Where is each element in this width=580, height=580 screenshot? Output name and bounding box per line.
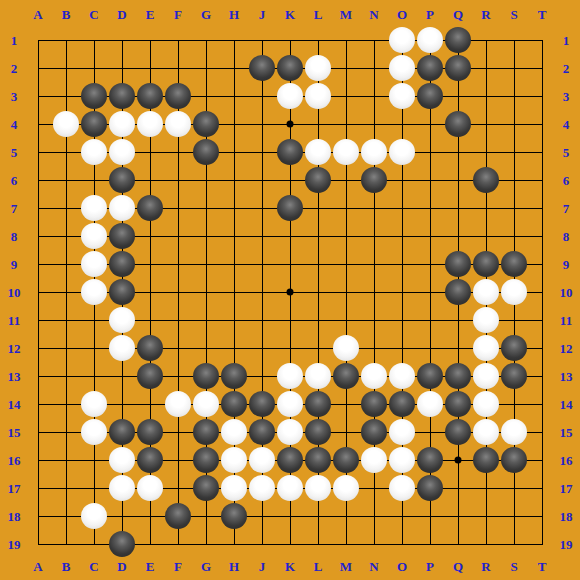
stone-black bbox=[109, 531, 135, 557]
stone-black bbox=[137, 363, 163, 389]
stone-black bbox=[109, 167, 135, 193]
coord-label-top: C bbox=[89, 8, 98, 21]
coord-label-top: S bbox=[510, 8, 517, 21]
coord-label-right: 6 bbox=[563, 174, 570, 187]
go-board[interactable]: AABBCCDDEEFFGGHHJJKKLLMMNNOOPPQQRRSSTT11… bbox=[0, 0, 580, 580]
coord-label-left: 10 bbox=[8, 286, 21, 299]
stone-black bbox=[277, 195, 303, 221]
coord-label-right: 18 bbox=[560, 510, 573, 523]
coord-label-right: 17 bbox=[560, 482, 573, 495]
coord-label-bottom: F bbox=[174, 560, 182, 573]
coord-label-top: R bbox=[481, 8, 490, 21]
stone-white bbox=[305, 363, 331, 389]
coord-label-bottom: K bbox=[285, 560, 295, 573]
stone-black bbox=[305, 447, 331, 473]
stone-white bbox=[109, 195, 135, 221]
coord-label-right: 11 bbox=[560, 314, 572, 327]
stone-white bbox=[277, 363, 303, 389]
stone-black bbox=[445, 55, 471, 81]
stone-white bbox=[277, 83, 303, 109]
stone-white bbox=[165, 391, 191, 417]
stone-black bbox=[389, 391, 415, 417]
coord-label-bottom: Q bbox=[453, 560, 463, 573]
coord-label-bottom: M bbox=[340, 560, 352, 573]
stone-black bbox=[109, 419, 135, 445]
stone-white bbox=[277, 475, 303, 501]
coord-label-right: 7 bbox=[563, 202, 570, 215]
stone-white bbox=[81, 419, 107, 445]
stone-black bbox=[473, 167, 499, 193]
stone-black bbox=[361, 391, 387, 417]
star-point bbox=[287, 289, 294, 296]
stone-white bbox=[81, 251, 107, 277]
coord-label-top: J bbox=[259, 8, 266, 21]
star-point bbox=[287, 121, 294, 128]
stone-black bbox=[221, 363, 247, 389]
stone-white bbox=[501, 279, 527, 305]
coord-label-right: 16 bbox=[560, 454, 573, 467]
stone-white bbox=[389, 83, 415, 109]
coord-label-top: M bbox=[340, 8, 352, 21]
stone-white bbox=[109, 475, 135, 501]
stone-black bbox=[501, 447, 527, 473]
stone-white bbox=[109, 447, 135, 473]
coord-label-left: 7 bbox=[11, 202, 18, 215]
stone-white bbox=[501, 419, 527, 445]
coord-label-bottom: R bbox=[481, 560, 490, 573]
stone-white bbox=[417, 391, 443, 417]
stone-white bbox=[333, 475, 359, 501]
stone-white bbox=[109, 139, 135, 165]
stone-black bbox=[277, 139, 303, 165]
stone-white bbox=[81, 139, 107, 165]
stone-white bbox=[389, 475, 415, 501]
stone-white bbox=[221, 447, 247, 473]
coord-label-left: 13 bbox=[8, 370, 21, 383]
grid-line-vertical bbox=[542, 40, 543, 545]
coord-label-left: 19 bbox=[8, 538, 21, 551]
stone-white bbox=[53, 111, 79, 137]
coord-label-left: 6 bbox=[11, 174, 18, 187]
stone-black bbox=[445, 391, 471, 417]
stone-black bbox=[165, 503, 191, 529]
coord-label-top: K bbox=[285, 8, 295, 21]
stone-black bbox=[137, 447, 163, 473]
stone-black bbox=[249, 419, 275, 445]
stone-black bbox=[193, 419, 219, 445]
coord-label-right: 8 bbox=[563, 230, 570, 243]
coord-label-left: 9 bbox=[11, 258, 18, 271]
stone-black bbox=[501, 363, 527, 389]
stone-white bbox=[389, 27, 415, 53]
coord-label-top: B bbox=[62, 8, 71, 21]
coord-label-left: 3 bbox=[11, 90, 18, 103]
coord-label-bottom: O bbox=[397, 560, 407, 573]
stone-black bbox=[445, 279, 471, 305]
coord-label-left: 2 bbox=[11, 62, 18, 75]
stone-black bbox=[445, 419, 471, 445]
stone-white bbox=[305, 475, 331, 501]
coord-label-right: 5 bbox=[563, 146, 570, 159]
stone-white bbox=[81, 503, 107, 529]
stone-white bbox=[417, 27, 443, 53]
coord-label-bottom: P bbox=[426, 560, 434, 573]
coord-label-top: L bbox=[314, 8, 323, 21]
coord-label-top: A bbox=[33, 8, 42, 21]
grid-line-vertical bbox=[38, 40, 39, 545]
stone-white bbox=[473, 363, 499, 389]
coord-label-top: D bbox=[117, 8, 126, 21]
coord-label-top: O bbox=[397, 8, 407, 21]
stone-white bbox=[81, 279, 107, 305]
coord-label-right: 2 bbox=[563, 62, 570, 75]
stone-white bbox=[165, 111, 191, 137]
coord-label-right: 4 bbox=[563, 118, 570, 131]
stone-black bbox=[305, 419, 331, 445]
coord-label-bottom: G bbox=[201, 560, 211, 573]
stone-black bbox=[445, 111, 471, 137]
coord-label-bottom: A bbox=[33, 560, 42, 573]
stone-white bbox=[389, 419, 415, 445]
stone-black bbox=[221, 391, 247, 417]
star-point bbox=[455, 457, 462, 464]
coord-label-left: 18 bbox=[8, 510, 21, 523]
coord-label-bottom: D bbox=[117, 560, 126, 573]
stone-black bbox=[193, 363, 219, 389]
stone-black bbox=[277, 55, 303, 81]
stone-black bbox=[333, 363, 359, 389]
coord-label-bottom: T bbox=[538, 560, 547, 573]
coord-label-bottom: B bbox=[62, 560, 71, 573]
stone-black bbox=[137, 335, 163, 361]
stone-white bbox=[333, 139, 359, 165]
stone-white bbox=[277, 419, 303, 445]
stone-black bbox=[221, 503, 247, 529]
stone-white bbox=[473, 391, 499, 417]
stone-white bbox=[109, 307, 135, 333]
stone-black bbox=[137, 195, 163, 221]
stone-black bbox=[193, 111, 219, 137]
stone-white bbox=[473, 307, 499, 333]
coord-label-top: Q bbox=[453, 8, 463, 21]
stone-white bbox=[473, 335, 499, 361]
coord-label-top: N bbox=[369, 8, 378, 21]
stone-black bbox=[361, 167, 387, 193]
stone-white bbox=[221, 419, 247, 445]
stone-black bbox=[305, 391, 331, 417]
coord-label-bottom: H bbox=[229, 560, 239, 573]
stone-black bbox=[277, 447, 303, 473]
stone-white bbox=[81, 223, 107, 249]
stone-white bbox=[193, 391, 219, 417]
coord-label-top: F bbox=[174, 8, 182, 21]
stone-black bbox=[193, 139, 219, 165]
stone-black bbox=[249, 55, 275, 81]
stone-white bbox=[333, 335, 359, 361]
stone-black bbox=[473, 447, 499, 473]
stone-black bbox=[109, 279, 135, 305]
stone-black bbox=[445, 27, 471, 53]
stone-black bbox=[501, 335, 527, 361]
coord-label-bottom: C bbox=[89, 560, 98, 573]
stone-black bbox=[417, 363, 443, 389]
coord-label-left: 11 bbox=[8, 314, 20, 327]
stone-white bbox=[389, 447, 415, 473]
stone-black bbox=[501, 251, 527, 277]
stone-black bbox=[473, 251, 499, 277]
stone-black bbox=[305, 167, 331, 193]
stone-black bbox=[445, 251, 471, 277]
stone-white bbox=[249, 475, 275, 501]
coord-label-right: 14 bbox=[560, 398, 573, 411]
stone-black bbox=[109, 223, 135, 249]
stone-black bbox=[81, 111, 107, 137]
coord-label-right: 12 bbox=[560, 342, 573, 355]
coord-label-left: 16 bbox=[8, 454, 21, 467]
stone-white bbox=[81, 391, 107, 417]
stone-black bbox=[193, 475, 219, 501]
stone-white bbox=[277, 391, 303, 417]
stone-white bbox=[109, 335, 135, 361]
coord-label-right: 9 bbox=[563, 258, 570, 271]
stone-white bbox=[389, 55, 415, 81]
coord-label-left: 8 bbox=[11, 230, 18, 243]
stone-white bbox=[81, 195, 107, 221]
stone-black bbox=[81, 83, 107, 109]
stone-black bbox=[137, 83, 163, 109]
stone-black bbox=[417, 55, 443, 81]
stone-black bbox=[417, 83, 443, 109]
stone-black bbox=[417, 475, 443, 501]
coord-label-right: 10 bbox=[560, 286, 573, 299]
stone-white bbox=[305, 139, 331, 165]
stone-white bbox=[221, 475, 247, 501]
stone-white bbox=[473, 279, 499, 305]
stone-white bbox=[109, 111, 135, 137]
stone-black bbox=[109, 251, 135, 277]
stone-black bbox=[165, 83, 191, 109]
stone-black bbox=[417, 447, 443, 473]
coord-label-left: 12 bbox=[8, 342, 21, 355]
stone-white bbox=[361, 363, 387, 389]
stone-black bbox=[109, 83, 135, 109]
stone-white bbox=[361, 447, 387, 473]
stone-white bbox=[361, 139, 387, 165]
coord-label-left: 14 bbox=[8, 398, 21, 411]
stone-white bbox=[473, 419, 499, 445]
coord-label-top: E bbox=[146, 8, 155, 21]
stone-white bbox=[305, 83, 331, 109]
stone-white bbox=[137, 475, 163, 501]
coord-label-top: H bbox=[229, 8, 239, 21]
coord-label-left: 4 bbox=[11, 118, 18, 131]
coord-label-left: 15 bbox=[8, 426, 21, 439]
stone-black bbox=[445, 363, 471, 389]
coord-label-bottom: S bbox=[510, 560, 517, 573]
coord-label-bottom: N bbox=[369, 560, 378, 573]
coord-label-right: 19 bbox=[560, 538, 573, 551]
coord-label-right: 1 bbox=[563, 34, 570, 47]
coord-label-bottom: L bbox=[314, 560, 323, 573]
stone-white bbox=[249, 447, 275, 473]
coord-label-right: 3 bbox=[563, 90, 570, 103]
stone-white bbox=[389, 139, 415, 165]
coord-label-top: T bbox=[538, 8, 547, 21]
coord-label-right: 13 bbox=[560, 370, 573, 383]
stone-black bbox=[137, 419, 163, 445]
stone-black bbox=[333, 447, 359, 473]
coord-label-right: 15 bbox=[560, 426, 573, 439]
coord-label-bottom: E bbox=[146, 560, 155, 573]
stone-white bbox=[389, 363, 415, 389]
coord-label-left: 5 bbox=[11, 146, 18, 159]
coord-label-left: 1 bbox=[11, 34, 18, 47]
coord-label-bottom: J bbox=[259, 560, 266, 573]
stone-black bbox=[193, 447, 219, 473]
stone-black bbox=[249, 391, 275, 417]
stone-white bbox=[305, 55, 331, 81]
coord-label-left: 17 bbox=[8, 482, 21, 495]
stone-black bbox=[361, 419, 387, 445]
coord-label-top: P bbox=[426, 8, 434, 21]
coord-label-top: G bbox=[201, 8, 211, 21]
stone-white bbox=[137, 111, 163, 137]
